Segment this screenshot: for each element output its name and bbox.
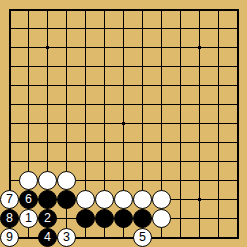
stone-black xyxy=(76,209,95,228)
stone-white xyxy=(57,171,76,190)
stone-white-move-5: 5 xyxy=(133,228,152,247)
stone-white xyxy=(95,190,114,209)
stone-white xyxy=(38,171,57,190)
stone-black xyxy=(57,190,76,209)
stone-black xyxy=(114,209,133,228)
stone-white-move-3: 3 xyxy=(57,228,76,247)
stone-black-move-8: 8 xyxy=(0,209,19,228)
stone-white xyxy=(152,209,171,228)
stone-white xyxy=(152,190,171,209)
stone-black-move-2: 2 xyxy=(38,209,57,228)
stone-white xyxy=(114,190,133,209)
stone-white-move-7: 7 xyxy=(0,190,19,209)
stone-white xyxy=(76,190,95,209)
stone-black xyxy=(133,209,152,228)
stone-black-move-4: 4 xyxy=(38,228,57,247)
stone-black-move-6: 6 xyxy=(19,190,38,209)
go-board: 768129435 xyxy=(0,0,247,247)
stone-white-move-1: 1 xyxy=(19,209,38,228)
stone-white xyxy=(133,190,152,209)
stone-black xyxy=(38,190,57,209)
stone-black xyxy=(95,209,114,228)
stone-white-move-9: 9 xyxy=(0,228,19,247)
stone-white xyxy=(19,171,38,190)
stones-layer: 768129435 xyxy=(0,0,247,247)
